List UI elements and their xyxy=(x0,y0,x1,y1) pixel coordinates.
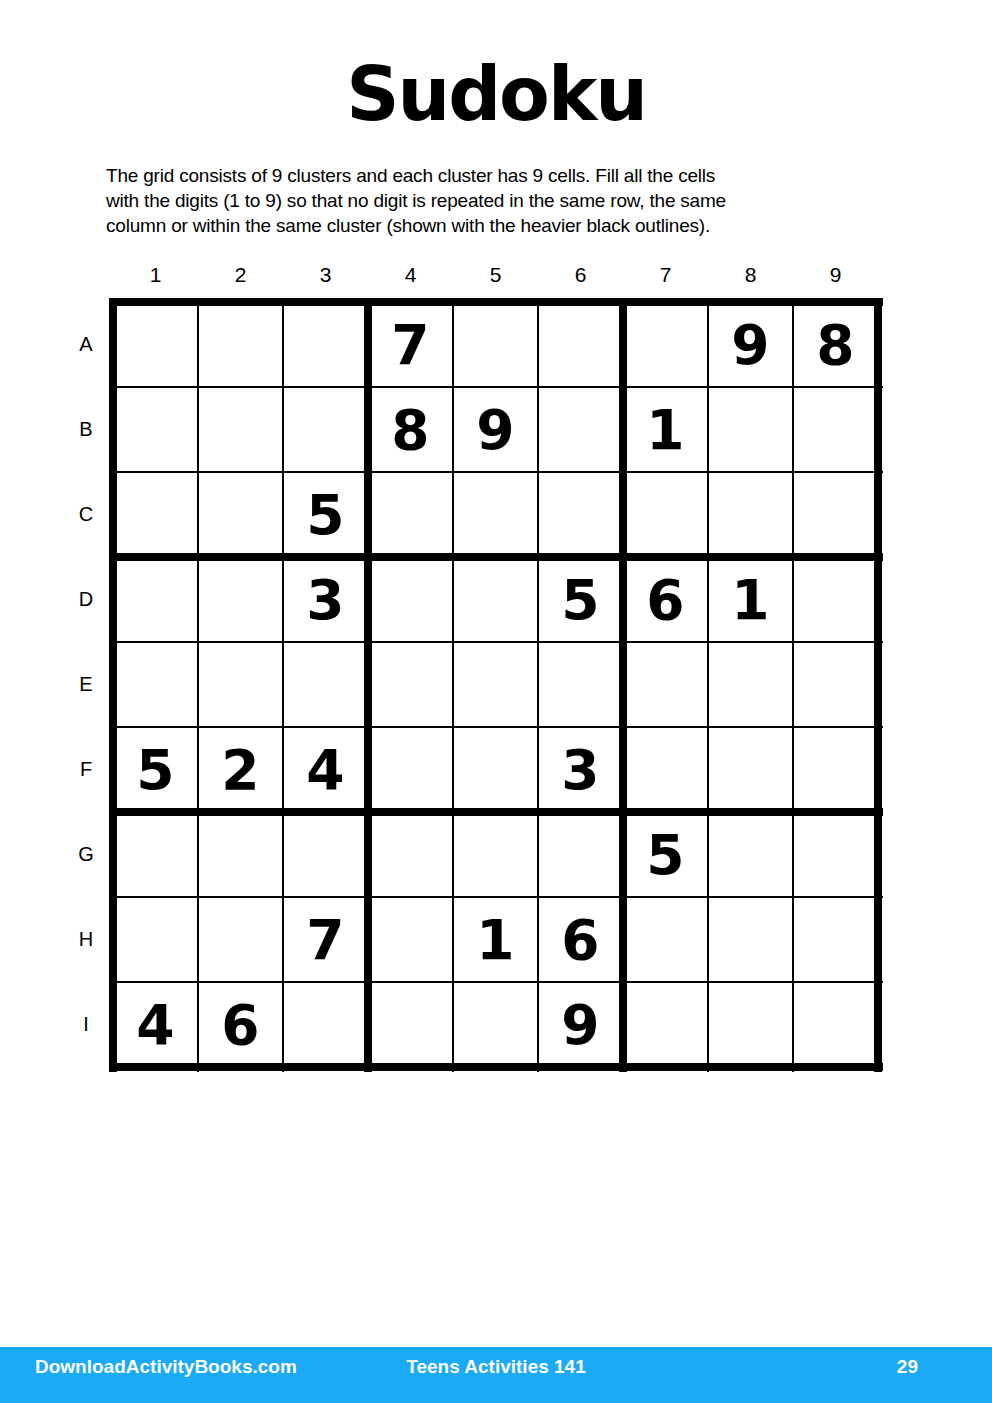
footer-website: DownloadActivityBooks.com xyxy=(35,1356,297,1378)
grid-line-h-5 xyxy=(109,726,883,728)
cell-A8: 9 xyxy=(708,302,793,387)
column-label-8: 8 xyxy=(708,263,793,287)
cell-C2[interactable] xyxy=(198,472,283,557)
cell-D3: 3 xyxy=(283,557,368,642)
cell-H7[interactable] xyxy=(623,897,708,982)
cell-F6: 3 xyxy=(538,727,623,812)
cell-D5[interactable] xyxy=(453,557,538,642)
grid-line-v-8 xyxy=(792,298,794,1072)
cell-A4: 7 xyxy=(368,302,453,387)
column-label-2: 2 xyxy=(198,263,283,287)
footer-bar: DownloadActivityBooks.com Teens Activiti… xyxy=(0,1347,992,1403)
cell-E4[interactable] xyxy=(368,642,453,727)
cell-G5[interactable] xyxy=(453,812,538,897)
grid-line-v-2 xyxy=(282,298,284,1072)
column-label-9: 9 xyxy=(793,263,878,287)
row-label-F: F xyxy=(68,727,104,812)
grid-line-v-7 xyxy=(707,298,709,1072)
cell-D7: 6 xyxy=(623,557,708,642)
column-label-7: 7 xyxy=(623,263,708,287)
cell-C4[interactable] xyxy=(368,472,453,557)
cell-I3[interactable] xyxy=(283,982,368,1067)
cell-F3: 4 xyxy=(283,727,368,812)
cell-H5: 1 xyxy=(453,897,538,982)
cell-E2[interactable] xyxy=(198,642,283,727)
cell-D6: 5 xyxy=(538,557,623,642)
cell-F4[interactable] xyxy=(368,727,453,812)
cell-E7[interactable] xyxy=(623,642,708,727)
grid-line-v-6 xyxy=(619,298,627,1072)
cell-D8: 1 xyxy=(708,557,793,642)
row-label-C: C xyxy=(68,472,104,557)
cell-H9[interactable] xyxy=(793,897,878,982)
grid-line-h-4 xyxy=(109,641,883,643)
grid-line-v-0 xyxy=(109,298,117,1072)
cell-A7[interactable] xyxy=(623,302,708,387)
column-labels: 123456789 xyxy=(113,263,878,287)
cell-E3[interactable] xyxy=(283,642,368,727)
cell-A5[interactable] xyxy=(453,302,538,387)
cell-I1: 4 xyxy=(113,982,198,1067)
row-label-B: B xyxy=(68,387,104,472)
page-title: Sudoku xyxy=(0,54,992,135)
row-label-H: H xyxy=(68,897,104,982)
column-label-1: 1 xyxy=(113,263,198,287)
cell-B2[interactable] xyxy=(198,387,283,472)
instructions-line-3: column or within the same cluster (shown… xyxy=(106,213,726,238)
column-label-4: 4 xyxy=(368,263,453,287)
row-label-D: D xyxy=(68,557,104,642)
cell-E9[interactable] xyxy=(793,642,878,727)
instructions-line-1: The grid consists of 9 clusters and each… xyxy=(106,163,726,188)
cell-C1[interactable] xyxy=(113,472,198,557)
grid-line-h-7 xyxy=(109,896,883,898)
cell-C6[interactable] xyxy=(538,472,623,557)
cell-B3[interactable] xyxy=(283,387,368,472)
grid-line-v-4 xyxy=(452,298,454,1072)
cell-E6[interactable] xyxy=(538,642,623,727)
grid-line-v-5 xyxy=(537,298,539,1072)
grid-line-h-1 xyxy=(109,386,883,388)
column-label-3: 3 xyxy=(283,263,368,287)
cell-G3[interactable] xyxy=(283,812,368,897)
cell-F5[interactable] xyxy=(453,727,538,812)
cell-I4[interactable] xyxy=(368,982,453,1067)
cell-C8[interactable] xyxy=(708,472,793,557)
cell-A6[interactable] xyxy=(538,302,623,387)
grid-line-v-3 xyxy=(364,298,372,1072)
cell-I7[interactable] xyxy=(623,982,708,1067)
grid-line-h-9 xyxy=(109,1063,883,1071)
cell-E5[interactable] xyxy=(453,642,538,727)
cell-B1[interactable] xyxy=(113,387,198,472)
cell-G8[interactable] xyxy=(708,812,793,897)
row-label-E: E xyxy=(68,642,104,727)
cell-A1[interactable] xyxy=(113,302,198,387)
cell-H3: 7 xyxy=(283,897,368,982)
cell-G4[interactable] xyxy=(368,812,453,897)
cell-G7: 5 xyxy=(623,812,708,897)
row-labels: ABCDEFGHI xyxy=(68,302,104,1067)
cell-H2[interactable] xyxy=(198,897,283,982)
sudoku-board: 7988915356152435716469 xyxy=(109,298,883,1072)
cell-A9: 8 xyxy=(793,302,878,387)
cell-H8[interactable] xyxy=(708,897,793,982)
grid-line-v-1 xyxy=(197,298,199,1072)
cell-D4[interactable] xyxy=(368,557,453,642)
row-label-I: I xyxy=(68,982,104,1067)
cell-C9[interactable] xyxy=(793,472,878,557)
cell-A3[interactable] xyxy=(283,302,368,387)
cell-B9[interactable] xyxy=(793,387,878,472)
cell-A2[interactable] xyxy=(198,302,283,387)
cell-H4[interactable] xyxy=(368,897,453,982)
cell-B4: 8 xyxy=(368,387,453,472)
cell-I5[interactable] xyxy=(453,982,538,1067)
cell-C7[interactable] xyxy=(623,472,708,557)
cell-F9[interactable] xyxy=(793,727,878,812)
instructions-line-2: with the digits (1 to 9) so that no digi… xyxy=(106,188,726,213)
cell-I9[interactable] xyxy=(793,982,878,1067)
cell-C5[interactable] xyxy=(453,472,538,557)
instructions: The grid consists of 9 clusters and each… xyxy=(106,163,726,238)
cell-H6: 6 xyxy=(538,897,623,982)
grid-line-h-6 xyxy=(109,808,883,816)
cell-D2[interactable] xyxy=(198,557,283,642)
cell-D9[interactable] xyxy=(793,557,878,642)
grid-line-h-2 xyxy=(109,471,883,473)
cell-F7[interactable] xyxy=(623,727,708,812)
cell-G1[interactable] xyxy=(113,812,198,897)
cell-H1[interactable] xyxy=(113,897,198,982)
cell-B6[interactable] xyxy=(538,387,623,472)
grid-line-h-3 xyxy=(109,553,883,561)
grid-line-v-9 xyxy=(874,298,882,1072)
row-label-A: A xyxy=(68,302,104,387)
cell-F2: 2 xyxy=(198,727,283,812)
row-label-G: G xyxy=(68,812,104,897)
cell-F1: 5 xyxy=(113,727,198,812)
cell-I6: 9 xyxy=(538,982,623,1067)
footer-page-number: 29 xyxy=(897,1356,918,1378)
cell-G6[interactable] xyxy=(538,812,623,897)
cell-C3: 5 xyxy=(283,472,368,557)
column-label-6: 6 xyxy=(538,263,623,287)
cell-E1[interactable] xyxy=(113,642,198,727)
cell-B8[interactable] xyxy=(708,387,793,472)
cell-E8[interactable] xyxy=(708,642,793,727)
cell-I8[interactable] xyxy=(708,982,793,1067)
cell-I2: 6 xyxy=(198,982,283,1067)
cell-G9[interactable] xyxy=(793,812,878,897)
cell-B7: 1 xyxy=(623,387,708,472)
grid-line-h-8 xyxy=(109,981,883,983)
column-label-5: 5 xyxy=(453,263,538,287)
cell-B5: 9 xyxy=(453,387,538,472)
cell-F8[interactable] xyxy=(708,727,793,812)
grid-line-h-0 xyxy=(109,298,883,306)
cell-D1[interactable] xyxy=(113,557,198,642)
cell-G2[interactable] xyxy=(198,812,283,897)
